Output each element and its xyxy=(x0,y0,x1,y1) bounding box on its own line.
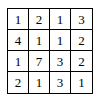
grid-cell-r4c3: 3 xyxy=(50,72,71,93)
grid-cell-r3c2: 7 xyxy=(29,51,50,72)
grid-cell-r4c4: 1 xyxy=(71,72,92,93)
number-grid: 1213411217322131 xyxy=(7,8,93,94)
board-container: 1213411217322131 xyxy=(7,8,93,94)
grid-cell-r2c2: 1 xyxy=(29,30,50,51)
grid-cell-r4c2: 1 xyxy=(29,72,50,93)
grid-cell-r3c1: 1 xyxy=(8,51,29,72)
grid-cell-r3c3: 3 xyxy=(50,51,71,72)
grid-cell-r1c4: 3 xyxy=(71,9,92,30)
grid-cell-r3c4: 2 xyxy=(71,51,92,72)
grid-cell-r2c1: 4 xyxy=(8,30,29,51)
grid-cell-r2c4: 2 xyxy=(71,30,92,51)
grid-cell-r1c2: 2 xyxy=(29,9,50,30)
grid-cell-r2c3: 1 xyxy=(50,30,71,51)
grid-cell-r1c3: 1 xyxy=(50,9,71,30)
grid-cell-r1c1: 1 xyxy=(8,9,29,30)
grid-cell-r4c1: 2 xyxy=(8,72,29,93)
